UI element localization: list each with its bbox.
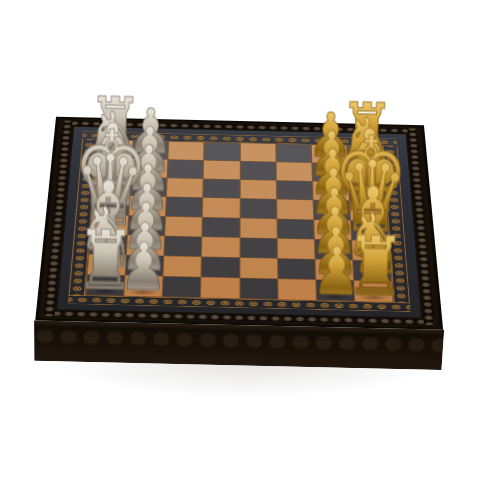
black-rook-a8[interactable]: ♜	[344, 224, 406, 307]
square-e4[interactable]	[203, 198, 239, 217]
square-a5[interactable]	[240, 278, 277, 299]
square-e5[interactable]	[240, 199, 276, 219]
square-g4[interactable]	[204, 161, 239, 180]
scene: ♜♟♟♜♞♟♟♞♝♟♟♝♚♟♟♚♛♟♟♛♝♟♟♝♞♟♟♞♜♟♟♜	[0, 0, 480, 480]
square-f5[interactable]	[240, 180, 276, 199]
square-h5[interactable]	[240, 143, 275, 161]
checkerboard: ♜♟♟♜♞♟♟♞♝♟♟♝♚♟♟♚♛♟♟♛♝♟♟♝♞♟♟♞♜♟♟♜	[86, 140, 392, 302]
square-f3[interactable]	[167, 178, 203, 197]
square-b4[interactable]	[202, 257, 239, 278]
square-c3[interactable]	[165, 236, 202, 256]
square-h3[interactable]	[169, 142, 204, 160]
square-b5[interactable]	[240, 258, 277, 279]
square-c5[interactable]	[240, 238, 277, 258]
square-g3[interactable]	[168, 160, 204, 179]
square-a8[interactable]: ♜	[354, 281, 392, 302]
case-front-face	[34, 320, 444, 370]
square-g5[interactable]	[240, 161, 275, 180]
square-e3[interactable]	[166, 197, 202, 216]
product-photo: ♜♟♟♜♞♟♟♞♝♟♟♝♚♟♟♚♛♟♟♛♝♟♟♝♞♟♟♞♜♟♟♜	[0, 0, 480, 480]
square-a3[interactable]	[163, 276, 201, 297]
white-rook-a1[interactable]: ♜	[75, 218, 137, 301]
square-d3[interactable]	[165, 216, 202, 236]
chess-case: ♜♟♟♜♞♟♟♞♝♟♟♝♚♟♟♚♛♟♟♛♝♟♟♝♞♟♟♞♜♟♟♜	[35, 117, 443, 330]
square-h4[interactable]	[204, 142, 239, 160]
board-sheet: ♜♟♟♜♞♟♟♞♝♟♟♝♚♟♟♚♛♟♟♛♝♟♟♝♞♟♟♞♜♟♟♜	[57, 127, 421, 318]
square-c4[interactable]	[202, 237, 239, 257]
square-d4[interactable]	[203, 217, 239, 237]
square-f4[interactable]	[204, 179, 240, 198]
case-lid: ♜♟♟♜♞♟♟♞♝♟♟♝♚♟♟♚♛♟♟♛♝♟♟♝♞♟♟♞♜♟♟♜	[35, 117, 443, 330]
square-a4[interactable]	[201, 277, 238, 298]
square-d5[interactable]	[240, 218, 276, 238]
square-b3[interactable]	[164, 256, 201, 277]
square-a1[interactable]: ♜	[86, 275, 125, 296]
square-h6[interactable]	[276, 144, 311, 162]
